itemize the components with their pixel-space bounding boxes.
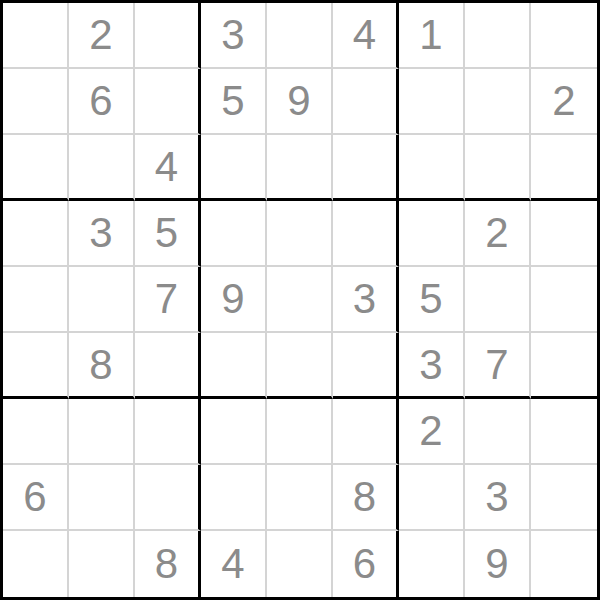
cell-r8c5[interactable] [267, 465, 333, 531]
cell-r1c8[interactable] [465, 3, 531, 69]
sudoku-board: 234165924352793583726838469 [0, 0, 600, 600]
given-digit-r5c4[interactable]: 9 [201, 267, 267, 333]
given-digit-r3c3[interactable]: 4 [135, 135, 201, 201]
cell-r9c1[interactable] [3, 531, 69, 597]
cell-r5c2[interactable] [69, 267, 135, 333]
given-digit-r2c5[interactable]: 9 [267, 69, 333, 135]
given-digit-r9c4[interactable]: 4 [201, 531, 267, 597]
cell-r3c5[interactable] [267, 135, 333, 201]
cell-r1c9[interactable] [531, 3, 597, 69]
cell-r2c1[interactable] [3, 69, 69, 135]
given-digit-r8c6[interactable]: 8 [333, 465, 399, 531]
given-digit-r6c7[interactable]: 3 [399, 333, 465, 399]
given-digit-r6c8[interactable]: 7 [465, 333, 531, 399]
given-digit-r4c3[interactable]: 5 [135, 201, 201, 267]
given-digit-r1c6[interactable]: 4 [333, 3, 399, 69]
cell-r3c1[interactable] [3, 135, 69, 201]
cell-r8c2[interactable] [69, 465, 135, 531]
cell-r6c3[interactable] [135, 333, 201, 399]
cell-r8c4[interactable] [201, 465, 267, 531]
cell-r4c4[interactable] [201, 201, 267, 267]
cell-r5c5[interactable] [267, 267, 333, 333]
cell-r5c8[interactable] [465, 267, 531, 333]
given-digit-r4c8[interactable]: 2 [465, 201, 531, 267]
cell-r7c2[interactable] [69, 399, 135, 465]
given-digit-r1c4[interactable]: 3 [201, 3, 267, 69]
cell-r9c9[interactable] [531, 531, 597, 597]
cell-r8c9[interactable] [531, 465, 597, 531]
given-digit-r2c2[interactable]: 6 [69, 69, 135, 135]
cell-r1c5[interactable] [267, 3, 333, 69]
cell-r6c1[interactable] [3, 333, 69, 399]
cell-r5c9[interactable] [531, 267, 597, 333]
cell-r7c8[interactable] [465, 399, 531, 465]
cell-r1c1[interactable] [3, 3, 69, 69]
cell-r7c9[interactable] [531, 399, 597, 465]
cell-r4c9[interactable] [531, 201, 597, 267]
cell-r6c4[interactable] [201, 333, 267, 399]
cell-r2c8[interactable] [465, 69, 531, 135]
cell-r7c1[interactable] [3, 399, 69, 465]
cell-r7c6[interactable] [333, 399, 399, 465]
cell-r3c8[interactable] [465, 135, 531, 201]
given-digit-r1c2[interactable]: 2 [69, 3, 135, 69]
given-digit-r6c2[interactable]: 8 [69, 333, 135, 399]
given-digit-r7c7[interactable]: 2 [399, 399, 465, 465]
cell-r4c6[interactable] [333, 201, 399, 267]
cell-r8c3[interactable] [135, 465, 201, 531]
given-digit-r5c6[interactable]: 3 [333, 267, 399, 333]
cell-r2c6[interactable] [333, 69, 399, 135]
cell-r3c4[interactable] [201, 135, 267, 201]
given-digit-r4c2[interactable]: 3 [69, 201, 135, 267]
given-digit-r5c7[interactable]: 5 [399, 267, 465, 333]
cell-r4c5[interactable] [267, 201, 333, 267]
cell-r9c5[interactable] [267, 531, 333, 597]
cell-r2c3[interactable] [135, 69, 201, 135]
given-digit-r8c8[interactable]: 3 [465, 465, 531, 531]
cell-r7c5[interactable] [267, 399, 333, 465]
given-digit-r9c6[interactable]: 6 [333, 531, 399, 597]
cell-r6c5[interactable] [267, 333, 333, 399]
given-digit-r2c9[interactable]: 2 [531, 69, 597, 135]
cell-r7c4[interactable] [201, 399, 267, 465]
given-digit-r8c1[interactable]: 6 [3, 465, 69, 531]
sudoku-page: 234165924352793583726838469 [0, 0, 600, 600]
cell-r4c1[interactable] [3, 201, 69, 267]
cell-r1c3[interactable] [135, 3, 201, 69]
cell-r3c7[interactable] [399, 135, 465, 201]
cell-r2c7[interactable] [399, 69, 465, 135]
cell-r8c7[interactable] [399, 465, 465, 531]
given-digit-r9c8[interactable]: 9 [465, 531, 531, 597]
cell-r6c9[interactable] [531, 333, 597, 399]
cell-r3c9[interactable] [531, 135, 597, 201]
cell-r9c2[interactable] [69, 531, 135, 597]
given-digit-r2c4[interactable]: 5 [201, 69, 267, 135]
cell-r6c6[interactable] [333, 333, 399, 399]
given-digit-r1c7[interactable]: 1 [399, 3, 465, 69]
cell-r7c3[interactable] [135, 399, 201, 465]
given-digit-r5c3[interactable]: 7 [135, 267, 201, 333]
cell-r5c1[interactable] [3, 267, 69, 333]
cell-r4c7[interactable] [399, 201, 465, 267]
cell-r3c6[interactable] [333, 135, 399, 201]
cell-r9c7[interactable] [399, 531, 465, 597]
given-digit-r9c3[interactable]: 8 [135, 531, 201, 597]
cell-r3c2[interactable] [69, 135, 135, 201]
